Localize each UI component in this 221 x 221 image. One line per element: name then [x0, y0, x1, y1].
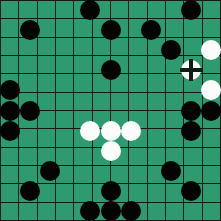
- board-cell[interactable]: [1, 184, 18, 201]
- board-cell[interactable]: [148, 129, 165, 146]
- board-cell[interactable]: [203, 1, 220, 18]
- board-cell[interactable]: [184, 166, 201, 183]
- board-cell[interactable]: [19, 38, 36, 55]
- board-cell[interactable]: [166, 166, 183, 183]
- board-cell[interactable]: [56, 111, 73, 128]
- board-cell[interactable]: [74, 166, 91, 183]
- board-cell[interactable]: [184, 38, 201, 55]
- board-cell[interactable]: [166, 111, 183, 128]
- board-cell[interactable]: [38, 56, 55, 73]
- board-cell[interactable]: [38, 203, 55, 220]
- board-cell[interactable]: [1, 148, 18, 165]
- board-cell[interactable]: [38, 38, 55, 55]
- board-cell[interactable]: [93, 184, 110, 201]
- board-cell[interactable]: [74, 56, 91, 73]
- board-cell[interactable]: [19, 74, 36, 91]
- board-cell[interactable]: [19, 166, 36, 183]
- board-cell[interactable]: [38, 74, 55, 91]
- board-cell[interactable]: [166, 148, 183, 165]
- board-cell[interactable]: [129, 111, 146, 128]
- board-cell[interactable]: [38, 166, 55, 183]
- board-cell[interactable]: [56, 56, 73, 73]
- board-cell[interactable]: [203, 203, 220, 220]
- board-cell[interactable]: [56, 93, 73, 110]
- board-cell[interactable]: [184, 129, 201, 146]
- board-cell[interactable]: [184, 148, 201, 165]
- board-cell[interactable]: [111, 74, 128, 91]
- board-cell[interactable]: [166, 19, 183, 36]
- board-cell[interactable]: [203, 111, 220, 128]
- board-cell[interactable]: [1, 93, 18, 110]
- board-cell[interactable]: [129, 56, 146, 73]
- board-cell[interactable]: [56, 1, 73, 18]
- board-cell[interactable]: [56, 74, 73, 91]
- board-cell[interactable]: [203, 184, 220, 201]
- board-cell[interactable]: [148, 203, 165, 220]
- board-cell[interactable]: [56, 203, 73, 220]
- board-cell[interactable]: [74, 19, 91, 36]
- board-cell[interactable]: [93, 93, 110, 110]
- board-cell[interactable]: [93, 166, 110, 183]
- board-cell[interactable]: [93, 203, 110, 220]
- board-cell[interactable]: [148, 93, 165, 110]
- board-cell[interactable]: [93, 56, 110, 73]
- board-cell[interactable]: [93, 129, 110, 146]
- board-cell[interactable]: [203, 129, 220, 146]
- board-cell[interactable]: [19, 129, 36, 146]
- board-cell[interactable]: [129, 129, 146, 146]
- board-cell[interactable]: [56, 19, 73, 36]
- board-cell[interactable]: [74, 93, 91, 110]
- board-cell[interactable]: [166, 184, 183, 201]
- board-cell[interactable]: [111, 38, 128, 55]
- board-cell[interactable]: [74, 148, 91, 165]
- board-cell[interactable]: [93, 111, 110, 128]
- board-cell[interactable]: [1, 203, 18, 220]
- board-cell[interactable]: [148, 38, 165, 55]
- board-cell[interactable]: [1, 38, 18, 55]
- board-cell[interactable]: [166, 38, 183, 55]
- board-cell[interactable]: [184, 184, 201, 201]
- board-cell[interactable]: [1, 1, 18, 18]
- board-cell[interactable]: [1, 129, 18, 146]
- board-cell[interactable]: [111, 184, 128, 201]
- board-cell[interactable]: [148, 148, 165, 165]
- board-cell[interactable]: [38, 184, 55, 201]
- board-cell[interactable]: [38, 1, 55, 18]
- board-cell[interactable]: [203, 93, 220, 110]
- board-cell[interactable]: [203, 38, 220, 55]
- board-cell[interactable]: [111, 148, 128, 165]
- board-cell[interactable]: [93, 74, 110, 91]
- board-cell[interactable]: [111, 56, 128, 73]
- board-cell[interactable]: [111, 166, 128, 183]
- board-cell[interactable]: [203, 74, 220, 91]
- board-cell[interactable]: [203, 148, 220, 165]
- board-cell[interactable]: [148, 19, 165, 36]
- board-cell[interactable]: [19, 184, 36, 201]
- board-cell[interactable]: [166, 203, 183, 220]
- board-cell[interactable]: [148, 1, 165, 18]
- board-cell[interactable]: [74, 111, 91, 128]
- board-cell[interactable]: [1, 74, 18, 91]
- board-cell[interactable]: [19, 203, 36, 220]
- board-cell[interactable]: [129, 93, 146, 110]
- board-cell[interactable]: [1, 111, 18, 128]
- board-cell[interactable]: [203, 56, 220, 73]
- board-cell[interactable]: [19, 93, 36, 110]
- board-cell[interactable]: [129, 184, 146, 201]
- board-cell[interactable]: [93, 1, 110, 18]
- board-cell[interactable]: [129, 1, 146, 18]
- board-cell[interactable]: [74, 184, 91, 201]
- board-cell[interactable]: [129, 19, 146, 36]
- board-cell[interactable]: [111, 19, 128, 36]
- board-cell[interactable]: [166, 1, 183, 18]
- board-cell[interactable]: [148, 184, 165, 201]
- board-cell[interactable]: [129, 74, 146, 91]
- board-cell[interactable]: [129, 166, 146, 183]
- board-cell[interactable]: [111, 203, 128, 220]
- board-cell[interactable]: [129, 203, 146, 220]
- board-cell[interactable]: [38, 93, 55, 110]
- board-cell[interactable]: [148, 166, 165, 183]
- board-cell[interactable]: [19, 19, 36, 36]
- board-cell[interactable]: [111, 93, 128, 110]
- board-cell[interactable]: [56, 184, 73, 201]
- board-cell[interactable]: [38, 19, 55, 36]
- board-cell[interactable]: [184, 203, 201, 220]
- board-cell[interactable]: [203, 19, 220, 36]
- board-cell[interactable]: [184, 93, 201, 110]
- board-cell[interactable]: [148, 56, 165, 73]
- board-cell[interactable]: [56, 166, 73, 183]
- board-cell[interactable]: [74, 1, 91, 18]
- board-cell[interactable]: [38, 129, 55, 146]
- board-cell[interactable]: [203, 166, 220, 183]
- board-cell[interactable]: [19, 148, 36, 165]
- board-cell[interactable]: [184, 56, 201, 73]
- board-cell[interactable]: [74, 129, 91, 146]
- board-cell[interactable]: [19, 1, 36, 18]
- board-cell[interactable]: [74, 203, 91, 220]
- board-cell[interactable]: [166, 74, 183, 91]
- go-board[interactable]: [0, 0, 221, 221]
- board-cell[interactable]: [184, 111, 201, 128]
- board-cell[interactable]: [166, 56, 183, 73]
- board-cell[interactable]: [111, 111, 128, 128]
- board-cell[interactable]: [74, 38, 91, 55]
- board-cell[interactable]: [93, 38, 110, 55]
- board-cell[interactable]: [1, 166, 18, 183]
- board-cell[interactable]: [184, 1, 201, 18]
- board-cell[interactable]: [184, 19, 201, 36]
- board-cell[interactable]: [93, 148, 110, 165]
- board-cell[interactable]: [148, 74, 165, 91]
- board-cell[interactable]: [129, 38, 146, 55]
- board-cell[interactable]: [111, 1, 128, 18]
- board-cell[interactable]: [111, 129, 128, 146]
- game-screenshot: [0, 0, 221, 221]
- board-cell[interactable]: [184, 74, 201, 91]
- board-cell[interactable]: [1, 56, 18, 73]
- board-cell[interactable]: [148, 111, 165, 128]
- board-cell[interactable]: [19, 111, 36, 128]
- board-cell[interactable]: [56, 129, 73, 146]
- board-cell[interactable]: [166, 129, 183, 146]
- board-cell[interactable]: [1, 19, 18, 36]
- board-cell[interactable]: [38, 148, 55, 165]
- board-cell[interactable]: [93, 19, 110, 36]
- board-cell[interactable]: [56, 148, 73, 165]
- board-cell[interactable]: [166, 93, 183, 110]
- board-cell[interactable]: [38, 111, 55, 128]
- board-cell[interactable]: [129, 148, 146, 165]
- board-cell[interactable]: [74, 74, 91, 91]
- board-cell[interactable]: [19, 56, 36, 73]
- board-cell[interactable]: [56, 38, 73, 55]
